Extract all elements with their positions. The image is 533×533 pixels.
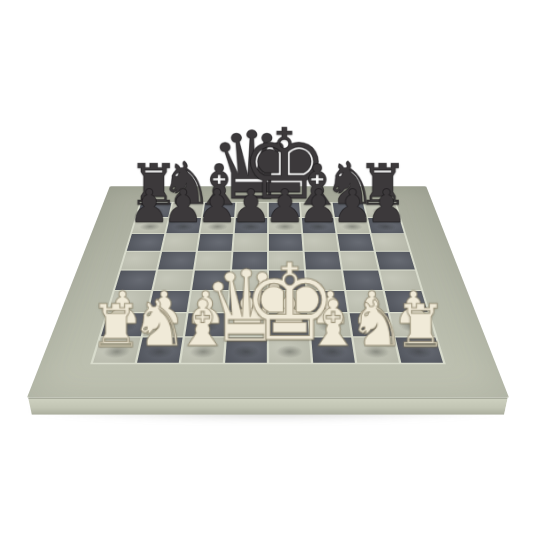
square-b5[interactable]: [158, 252, 196, 270]
square-h5[interactable]: [376, 252, 415, 270]
square-a6[interactable]: [127, 234, 164, 251]
square-g5[interactable]: [340, 252, 378, 270]
rook-glyph: ♜: [394, 297, 447, 356]
slab-front-edge: [28, 398, 508, 415]
square-h1[interactable]: ♜: [396, 338, 443, 363]
square-f7[interactable]: ♟: [302, 218, 336, 233]
chess-board-slab: ♜♞♝♛♚♝♞♜♟♟♟♟♟♟♟♟♟♟♟♟♟♟♟♟♜♞♝♛♚♝♞♜: [27, 186, 509, 398]
pawn-glyph: ♟: [366, 183, 407, 229]
square-h7[interactable]: ♟: [368, 218, 404, 233]
square-d7[interactable]: ♟: [235, 218, 267, 233]
square-c7[interactable]: ♟: [201, 218, 235, 233]
square-b6[interactable]: [162, 234, 198, 251]
photo-scene: ♜♞♝♛♚♝♞♜♟♟♟♟♟♟♟♟♟♟♟♟♟♟♟♟♜♞♝♛♚♝♞♜: [0, 0, 533, 533]
square-g7[interactable]: ♟: [335, 218, 370, 233]
square-h6[interactable]: [372, 234, 409, 251]
square-g1[interactable]: ♞: [353, 338, 399, 363]
square-e7[interactable]: ♟: [269, 218, 301, 233]
square-a5[interactable]: [121, 252, 160, 270]
square-g6[interactable]: [337, 234, 373, 251]
chess-board-grid: ♜♞♝♛♚♝♞♜♟♟♟♟♟♟♟♟♟♟♟♟♟♟♟♟♜♞♝♛♚♝♞♜: [90, 202, 446, 364]
